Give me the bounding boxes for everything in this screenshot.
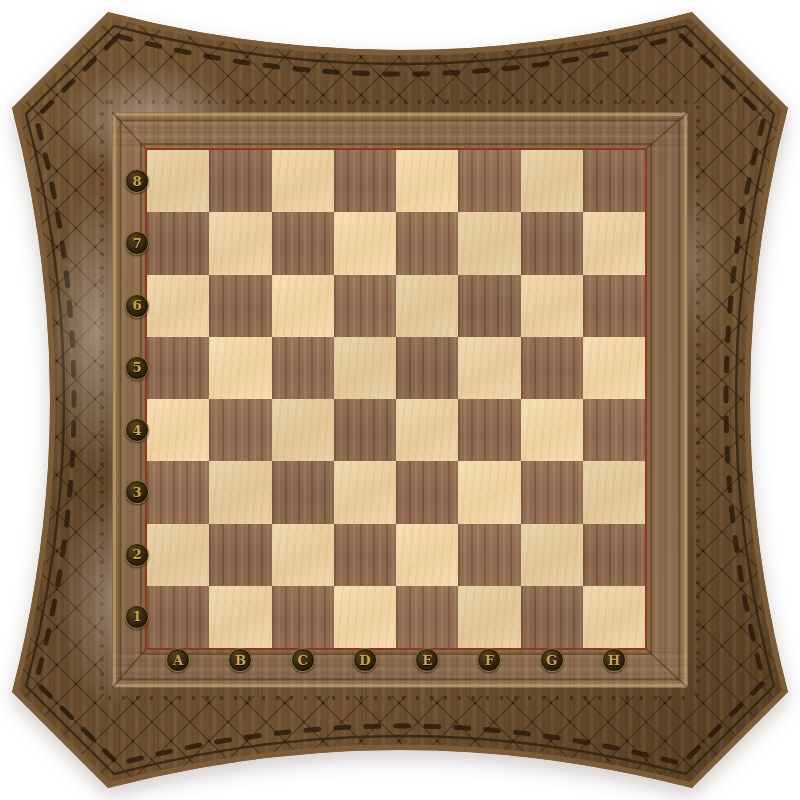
board-grid — [145, 148, 647, 650]
square-g5[interactable] — [521, 337, 583, 399]
square-h4[interactable] — [583, 399, 645, 461]
square-h8[interactable] — [583, 150, 645, 212]
square-h2[interactable] — [583, 524, 645, 586]
rank-label-slot: 5 — [125, 337, 149, 399]
file-label-e: E — [415, 648, 439, 672]
square-h5[interactable] — [583, 337, 645, 399]
square-d7[interactable] — [334, 212, 396, 274]
square-g1[interactable] — [521, 586, 583, 648]
square-e7[interactable] — [396, 212, 458, 274]
file-label-slot: A — [147, 648, 209, 672]
square-h1[interactable] — [583, 586, 645, 648]
square-c8[interactable] — [272, 150, 334, 212]
square-h6[interactable] — [583, 275, 645, 337]
square-f4[interactable] — [458, 399, 520, 461]
square-f6[interactable] — [458, 275, 520, 337]
square-f3[interactable] — [458, 461, 520, 523]
square-b7[interactable] — [209, 212, 271, 274]
file-label-a: A — [166, 648, 190, 672]
rank-label-3: 3 — [125, 480, 149, 504]
rank-label-8: 8 — [125, 169, 149, 193]
rank-label-2: 2 — [125, 543, 149, 567]
rank-label-1: 1 — [125, 605, 149, 629]
rank-label-slot: 7 — [125, 212, 149, 274]
square-f7[interactable] — [458, 212, 520, 274]
file-label-slot: E — [396, 648, 458, 672]
square-c4[interactable] — [272, 399, 334, 461]
square-e8[interactable] — [396, 150, 458, 212]
file-label-slot: F — [458, 648, 520, 672]
file-label-b: B — [228, 648, 252, 672]
rank-labels: 87654321 — [125, 150, 147, 648]
square-c5[interactable] — [272, 337, 334, 399]
square-e5[interactable] — [396, 337, 458, 399]
square-a8[interactable] — [147, 150, 209, 212]
chessboard: 87654321 ABCDEFGH — [0, 0, 800, 800]
file-label-slot: H — [583, 648, 645, 672]
square-a1[interactable] — [147, 586, 209, 648]
rank-label-slot: 8 — [125, 150, 149, 212]
square-a2[interactable] — [147, 524, 209, 586]
file-label-h: H — [602, 648, 626, 672]
square-d6[interactable] — [334, 275, 396, 337]
square-f5[interactable] — [458, 337, 520, 399]
square-d3[interactable] — [334, 461, 396, 523]
square-b5[interactable] — [209, 337, 271, 399]
square-d2[interactable] — [334, 524, 396, 586]
file-labels: ABCDEFGH — [147, 648, 645, 672]
square-e4[interactable] — [396, 399, 458, 461]
square-e2[interactable] — [396, 524, 458, 586]
square-h3[interactable] — [583, 461, 645, 523]
file-label-d: D — [353, 648, 377, 672]
square-h7[interactable] — [583, 212, 645, 274]
square-c1[interactable] — [272, 586, 334, 648]
rank-label-slot: 4 — [125, 399, 149, 461]
square-c6[interactable] — [272, 275, 334, 337]
square-f2[interactable] — [458, 524, 520, 586]
square-g6[interactable] — [521, 275, 583, 337]
square-a7[interactable] — [147, 212, 209, 274]
square-g3[interactable] — [521, 461, 583, 523]
rank-label-4: 4 — [125, 418, 149, 442]
square-c3[interactable] — [272, 461, 334, 523]
square-d8[interactable] — [334, 150, 396, 212]
square-c2[interactable] — [272, 524, 334, 586]
square-d1[interactable] — [334, 586, 396, 648]
square-e1[interactable] — [396, 586, 458, 648]
square-b1[interactable] — [209, 586, 271, 648]
square-a3[interactable] — [147, 461, 209, 523]
square-b8[interactable] — [209, 150, 271, 212]
square-f1[interactable] — [458, 586, 520, 648]
square-b2[interactable] — [209, 524, 271, 586]
square-d4[interactable] — [334, 399, 396, 461]
file-label-slot: G — [521, 648, 583, 672]
rank-label-slot: 1 — [125, 586, 149, 648]
file-label-slot: C — [272, 648, 334, 672]
rank-label-5: 5 — [125, 356, 149, 380]
file-label-g: G — [540, 648, 564, 672]
square-a6[interactable] — [147, 275, 209, 337]
rank-label-7: 7 — [125, 231, 149, 255]
file-label-slot: D — [334, 648, 396, 672]
square-c7[interactable] — [272, 212, 334, 274]
square-b3[interactable] — [209, 461, 271, 523]
square-b6[interactable] — [209, 275, 271, 337]
file-label-f: F — [477, 648, 501, 672]
square-g8[interactable] — [521, 150, 583, 212]
file-label-slot: B — [209, 648, 271, 672]
square-g2[interactable] — [521, 524, 583, 586]
square-g7[interactable] — [521, 212, 583, 274]
file-label-c: C — [291, 648, 315, 672]
square-a4[interactable] — [147, 399, 209, 461]
rank-label-slot: 3 — [125, 461, 149, 523]
square-e3[interactable] — [396, 461, 458, 523]
square-d5[interactable] — [334, 337, 396, 399]
square-g4[interactable] — [521, 399, 583, 461]
square-e6[interactable] — [396, 275, 458, 337]
square-f8[interactable] — [458, 150, 520, 212]
square-a5[interactable] — [147, 337, 209, 399]
rank-label-6: 6 — [125, 294, 149, 318]
rank-label-slot: 6 — [125, 275, 149, 337]
rank-label-slot: 2 — [125, 524, 149, 586]
square-b4[interactable] — [209, 399, 271, 461]
